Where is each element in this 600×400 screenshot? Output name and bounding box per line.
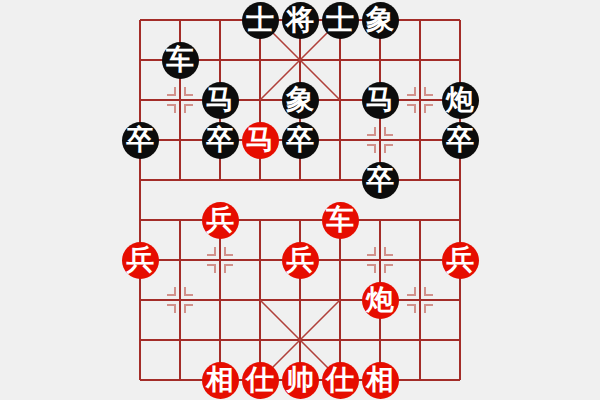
piece-black-chariot[interactable]: 车 [162,42,199,79]
piece-black-soldier[interactable]: 卒 [442,122,479,159]
piece-red-advisor[interactable]: 仕 [242,362,279,399]
piece-black-cannon[interactable]: 炮 [442,82,479,119]
piece-black-soldier[interactable]: 卒 [122,122,159,159]
piece-red-advisor[interactable]: 仕 [322,362,359,399]
piece-red-elephant[interactable]: 相 [202,362,239,399]
piece-black-soldier[interactable]: 卒 [202,122,239,159]
piece-red-soldier[interactable]: 兵 [122,242,159,279]
piece-red-general[interactable]: 帅 [282,362,319,399]
piece-black-horse[interactable]: 马 [202,82,239,119]
pieces-layer: 士将士象车马象马炮卒卒卒卒卒马兵车兵兵兵炮相仕帅仕相 [120,0,480,400]
piece-black-general[interactable]: 将 [282,2,319,39]
piece-red-horse[interactable]: 马 [242,122,279,159]
piece-black-advisor[interactable]: 士 [322,2,359,39]
piece-red-soldier[interactable]: 兵 [202,202,239,239]
piece-black-soldier[interactable]: 卒 [362,162,399,199]
piece-red-soldier[interactable]: 兵 [282,242,319,279]
piece-black-advisor[interactable]: 士 [242,2,279,39]
piece-red-elephant[interactable]: 相 [362,362,399,399]
piece-black-elephant[interactable]: 象 [282,82,319,119]
xiangqi-app-screenshot: 士将士象车马象马炮卒卒卒卒卒马兵车兵兵兵炮相仕帅仕相 [0,0,600,400]
piece-black-elephant[interactable]: 象 [362,2,399,39]
piece-red-chariot[interactable]: 车 [322,202,359,239]
piece-black-soldier[interactable]: 卒 [282,122,319,159]
piece-red-soldier[interactable]: 兵 [442,242,479,279]
piece-black-horse[interactable]: 马 [362,82,399,119]
piece-red-cannon[interactable]: 炮 [362,282,399,319]
